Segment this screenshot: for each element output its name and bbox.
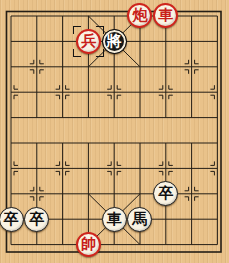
board-piece-grid[interactable]: 炮車兵將卒卒卒車馬帥 (0, 3, 229, 257)
piece-black-general[interactable]: 將 (102, 29, 127, 54)
piece-red-soldier[interactable]: 兵 (76, 29, 101, 54)
piece-red-general[interactable]: 帥 (76, 232, 101, 257)
piece-black-soldier[interactable]: 卒 (0, 207, 24, 232)
piece-red-chariot[interactable]: 車 (153, 3, 178, 28)
piece-black-soldier[interactable]: 卒 (153, 181, 178, 206)
piece-black-chariot[interactable]: 車 (102, 207, 127, 232)
piece-red-cannon[interactable]: 炮 (127, 3, 152, 28)
piece-black-horse[interactable]: 馬 (127, 207, 152, 232)
xiangqi-app-window: 炮車兵將卒卒卒車馬帥 (0, 0, 229, 263)
piece-black-soldier[interactable]: 卒 (24, 207, 49, 232)
